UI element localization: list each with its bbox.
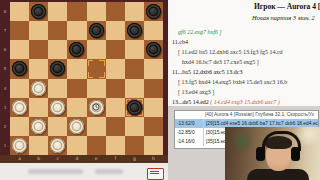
square-h1[interactable] xyxy=(144,136,163,155)
square-f5[interactable] xyxy=(106,59,125,78)
file-label-e: e xyxy=(87,156,106,161)
square-f3[interactable] xyxy=(106,98,125,117)
white-man-c1[interactable] xyxy=(50,138,65,153)
square-b3[interactable] xyxy=(29,98,48,117)
checkers-board: 87654321 abcdefgh xyxy=(0,0,168,163)
square-a8[interactable] xyxy=(10,2,29,21)
file-label-g: g xyxy=(125,156,144,161)
square-b6[interactable] xyxy=(29,40,48,59)
square-g2[interactable] xyxy=(125,117,144,136)
square-h4[interactable] xyxy=(144,79,163,98)
move-text: 13...de5 14.ed2 xyxy=(172,99,209,105)
square-b2[interactable] xyxy=(29,117,48,136)
file-label-c: c xyxy=(48,156,67,161)
black-man-h6[interactable] xyxy=(146,42,161,57)
rank-label-2: 2 xyxy=(0,124,10,129)
webcam-video xyxy=(225,127,320,180)
square-e6[interactable] xyxy=(87,40,106,59)
file-label-a: a xyxy=(10,156,29,161)
black-man-h8[interactable] xyxy=(146,4,161,19)
square-a3[interactable] xyxy=(10,98,29,117)
status-strip xyxy=(0,163,168,180)
square-b8[interactable] xyxy=(29,2,48,21)
move-line[interactable]: hxd4 16.bc7 de3 17.cxe5 exg5 ] xyxy=(182,57,320,67)
rank-label-6: 6 xyxy=(0,47,10,52)
board-grid[interactable] xyxy=(10,2,163,155)
rank-label-1: 1 xyxy=(0,143,10,148)
move-line[interactable]: 11.cb4 xyxy=(172,37,320,47)
square-b1[interactable] xyxy=(29,136,48,155)
square-e4[interactable] xyxy=(87,79,106,98)
engine-eval: -13.62/0 xyxy=(175,119,203,128)
square-g7[interactable] xyxy=(125,21,144,40)
headphones-earcup xyxy=(256,147,265,161)
square-h2[interactable] xyxy=(144,117,163,136)
square-a4[interactable] xyxy=(10,79,29,98)
square-f4[interactable] xyxy=(106,79,125,98)
variation-text: ( 14.cd4 exg3 15.dxb6 axc7 ) xyxy=(210,99,279,105)
square-h3[interactable] xyxy=(144,98,163,117)
faint-watermark xyxy=(95,169,123,174)
white-man-c3[interactable] xyxy=(50,100,65,115)
square-h5[interactable] xyxy=(144,59,163,78)
game-title: Игрок — Aurora 4 [ xyxy=(254,2,320,11)
highlight-corner xyxy=(99,60,105,66)
square-e1[interactable] xyxy=(87,136,106,155)
white-man-e3[interactable] xyxy=(89,100,104,115)
square-b7[interactable] xyxy=(29,21,48,40)
clock-icon xyxy=(92,103,100,111)
white-man-b4[interactable] xyxy=(31,81,46,96)
rank-label-4: 4 xyxy=(0,86,10,91)
move-line[interactable]: [ 11.ed2 ba5 12.dxb6 axc5 13.fg3 fg5 14.… xyxy=(178,47,320,57)
black-man-c5[interactable] xyxy=(50,61,65,76)
background-plant xyxy=(234,128,251,155)
square-a5[interactable] xyxy=(10,59,29,78)
black-man-e7[interactable] xyxy=(89,23,104,38)
app-window: 87654321 abcdefgh Игрок — Aurora 4 [ Нов… xyxy=(0,0,320,180)
game-subtitle: Новая партия 3 мин. 2 xyxy=(252,14,315,21)
square-g5[interactable] xyxy=(125,59,144,78)
square-a7[interactable] xyxy=(10,21,29,40)
square-e2[interactable] xyxy=(87,117,106,136)
engine-eval: -12.85/0 xyxy=(175,128,203,137)
move-line[interactable]: gf6 22.exg7 hxf6 ] xyxy=(178,27,320,37)
highlight-corner xyxy=(99,72,105,78)
square-c7[interactable] xyxy=(48,21,67,40)
square-c8[interactable] xyxy=(48,2,67,21)
square-c1[interactable] xyxy=(48,136,67,155)
engine-eval: -14.16/0 xyxy=(175,137,203,146)
rank-label-5: 5 xyxy=(0,66,10,71)
white-man-a1[interactable] xyxy=(12,138,27,153)
square-c4[interactable] xyxy=(48,79,67,98)
rank-label-3: 3 xyxy=(0,105,10,110)
square-e7[interactable] xyxy=(87,21,106,40)
square-h7[interactable] xyxy=(144,21,163,40)
move-list: gf6 22.exg7 hxf6 ] 11.cb4 [ 11.ed2 ba5 1… xyxy=(168,27,320,107)
move-line[interactable]: [ 13.ed4 axg3 ] xyxy=(178,87,320,97)
square-f8[interactable] xyxy=(106,2,125,21)
rank-label-8: 8 xyxy=(0,9,10,14)
square-a1[interactable] xyxy=(10,136,29,155)
black-man-g3[interactable] xyxy=(127,100,142,115)
faint-watermark xyxy=(28,169,83,174)
square-h8[interactable] xyxy=(144,2,163,21)
white-man-b2[interactable] xyxy=(31,119,46,134)
square-d1[interactable] xyxy=(67,136,86,155)
square-b4[interactable] xyxy=(29,79,48,98)
move-line[interactable]: 11...ba5 12.dxb6 axc5 13.dc3 xyxy=(172,67,320,77)
square-h6[interactable] xyxy=(144,40,163,59)
square-c6[interactable] xyxy=(48,40,67,59)
file-label-b: b xyxy=(29,156,48,161)
square-d4[interactable] xyxy=(67,79,86,98)
engine-header: [40] Aurora 4 [Russian] Глубина 32.1, Ск… xyxy=(175,111,318,119)
black-man-b8[interactable] xyxy=(31,4,46,19)
file-label-h: h xyxy=(144,156,163,161)
square-f7[interactable] xyxy=(106,21,125,40)
black-man-g7[interactable] xyxy=(127,23,142,38)
square-c3[interactable] xyxy=(48,98,67,117)
move-line[interactable]: [ 13.fg5 hxd4 14.exg5 bxh4 15.de3 axc3 1… xyxy=(178,77,320,87)
square-d8[interactable] xyxy=(67,2,86,21)
square-d2[interactable] xyxy=(67,117,86,136)
square-a6[interactable] xyxy=(10,40,29,59)
square-f1[interactable] xyxy=(106,136,125,155)
red-badge xyxy=(147,168,164,180)
square-g4[interactable] xyxy=(125,79,144,98)
white-man-d2[interactable] xyxy=(69,119,84,134)
square-d5[interactable] xyxy=(67,59,86,78)
square-e5[interactable] xyxy=(87,59,106,78)
square-c5[interactable] xyxy=(48,59,67,78)
highlight-corner xyxy=(88,72,94,78)
file-label-d: d xyxy=(67,156,86,161)
square-f2[interactable] xyxy=(106,117,125,136)
square-d7[interactable] xyxy=(67,21,86,40)
highlight-corner xyxy=(88,60,94,66)
square-c2[interactable] xyxy=(48,117,67,136)
square-d3[interactable] xyxy=(67,98,86,117)
square-g1[interactable] xyxy=(125,136,144,155)
square-e3[interactable] xyxy=(87,98,106,117)
rank-label-7: 7 xyxy=(0,28,10,33)
black-man-a5[interactable] xyxy=(12,61,27,76)
square-g8[interactable] xyxy=(125,2,144,21)
square-a2[interactable] xyxy=(10,117,29,136)
analysis-panel: Игрок — Aurora 4 [ Новая партия 3 мин. 2… xyxy=(168,0,320,106)
square-g3[interactable] xyxy=(125,98,144,117)
square-f6[interactable] xyxy=(106,40,125,59)
square-e8[interactable] xyxy=(87,2,106,21)
white-man-a3[interactable] xyxy=(12,100,27,115)
headphones-earcup xyxy=(291,147,300,161)
square-b5[interactable] xyxy=(29,59,48,78)
file-label-f: f xyxy=(106,156,125,161)
black-man-d6[interactable] xyxy=(69,42,84,57)
square-g6[interactable] xyxy=(125,40,144,59)
square-d6[interactable] xyxy=(67,40,86,59)
